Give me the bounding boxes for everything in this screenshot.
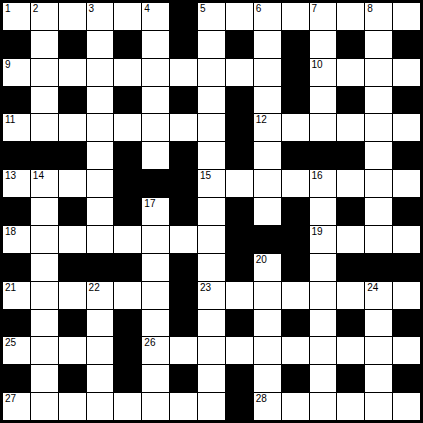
black-cell-r13c2: [59, 365, 86, 392]
cell-r8c12[interactable]: [337, 226, 364, 253]
cell-r2c0[interactable]: 9: [3, 59, 30, 86]
cell-r11c9[interactable]: [254, 310, 281, 337]
cell-r3c1[interactable]: [31, 87, 58, 114]
black-cell-r9c10: [282, 254, 309, 281]
cell-r4c5[interactable]: [142, 114, 169, 141]
black-cell-r13c4: [114, 365, 141, 392]
black-cell-r3c8: [226, 87, 253, 114]
clue-number-5: 5: [200, 3, 206, 15]
clue-number-28: 28: [256, 393, 267, 405]
cell-r12c1[interactable]: [31, 337, 58, 364]
black-cell-r11c4: [114, 310, 141, 337]
black-cell-r7c0: [3, 198, 30, 225]
cell-r1c9[interactable]: [254, 31, 281, 58]
cell-r4c13[interactable]: [365, 114, 392, 141]
cell-r2c4[interactable]: [114, 59, 141, 86]
black-cell-r9c13: [365, 254, 392, 281]
cell-r11c3[interactable]: [87, 310, 114, 337]
cell-r8c7[interactable]: [198, 226, 225, 253]
black-cell-r5c1: [31, 142, 58, 169]
cell-r14c5[interactable]: [142, 393, 169, 420]
black-cell-r6c4: [114, 170, 141, 197]
black-cell-r11c8: [226, 310, 253, 337]
clue-number-10: 10: [312, 59, 323, 71]
clue-number-4: 4: [144, 3, 150, 15]
clue-number-19: 19: [312, 226, 323, 238]
cell-r12c3[interactable]: [87, 337, 114, 364]
black-cell-r9c4: [114, 254, 141, 281]
cell-r12c6[interactable]: [170, 337, 197, 364]
cell-r10c7[interactable]: 23: [198, 282, 225, 309]
clue-number-8: 8: [367, 3, 373, 15]
black-cell-r5c8: [226, 142, 253, 169]
cell-r8c1[interactable]: [31, 226, 58, 253]
cell-r0c9[interactable]: 6: [254, 3, 281, 30]
cell-r6c10[interactable]: [282, 170, 309, 197]
black-cell-r7c12: [337, 198, 364, 225]
cell-r14c10[interactable]: [282, 393, 309, 420]
cell-r10c5[interactable]: [142, 282, 169, 309]
cell-r7c11[interactable]: [310, 198, 337, 225]
cell-r10c11[interactable]: [310, 282, 337, 309]
cell-r12c7[interactable]: [198, 337, 225, 364]
black-cell-r1c6: [170, 31, 197, 58]
black-cell-r13c6: [170, 365, 197, 392]
cell-r12c10[interactable]: [282, 337, 309, 364]
cell-r13c1[interactable]: [31, 365, 58, 392]
clue-number-25: 25: [5, 337, 16, 349]
cell-r2c13[interactable]: [365, 59, 392, 86]
cell-r2c5[interactable]: [142, 59, 169, 86]
black-cell-r6c5: [142, 170, 169, 197]
cell-r14c3[interactable]: [87, 393, 114, 420]
cell-r10c2[interactable]: [59, 282, 86, 309]
cell-r10c4[interactable]: [114, 282, 141, 309]
black-cell-r11c10: [282, 310, 309, 337]
clue-number-26: 26: [144, 337, 155, 349]
black-cell-r5c10: [282, 142, 309, 169]
cell-r14c0[interactable]: 27: [3, 393, 30, 420]
black-cell-r9c2: [59, 254, 86, 281]
clue-number-13: 13: [5, 170, 16, 182]
black-cell-r9c0: [3, 254, 30, 281]
cell-r4c3[interactable]: [87, 114, 114, 141]
cell-r1c1[interactable]: [31, 31, 58, 58]
black-cell-r7c14: [393, 198, 420, 225]
cell-r4c7[interactable]: [198, 114, 225, 141]
black-cell-r3c10: [282, 87, 309, 114]
cell-r7c9[interactable]: [254, 198, 281, 225]
cell-r13c9[interactable]: [254, 365, 281, 392]
clue-number-2: 2: [33, 3, 39, 15]
cell-r0c0[interactable]: 1: [3, 3, 30, 30]
cell-r6c7[interactable]: 15: [198, 170, 225, 197]
cell-r2c7[interactable]: [198, 59, 225, 86]
black-cell-r0c6: [170, 3, 197, 30]
cell-r3c5[interactable]: [142, 87, 169, 114]
cell-r2c8[interactable]: [226, 59, 253, 86]
clue-number-1: 1: [5, 3, 11, 15]
cell-r0c2[interactable]: [59, 3, 86, 30]
cell-r4c0[interactable]: 11: [3, 114, 30, 141]
cell-r7c7[interactable]: [198, 198, 225, 225]
cell-r12c0[interactable]: 25: [3, 337, 30, 364]
cell-r5c13[interactable]: [365, 142, 392, 169]
cell-r9c5[interactable]: [142, 254, 169, 281]
cell-r4c1[interactable]: [31, 114, 58, 141]
black-cell-r7c2: [59, 198, 86, 225]
clue-number-9: 9: [5, 59, 11, 71]
cell-r13c11[interactable]: [310, 365, 337, 392]
cell-r8c4[interactable]: [114, 226, 141, 253]
cell-r10c12[interactable]: [337, 282, 364, 309]
cell-r4c10[interactable]: [282, 114, 309, 141]
black-cell-r13c8: [226, 365, 253, 392]
cell-r3c11[interactable]: [310, 87, 337, 114]
cell-r10c10[interactable]: [282, 282, 309, 309]
black-cell-r5c4: [114, 142, 141, 169]
cell-r12c11[interactable]: [310, 337, 337, 364]
cell-r8c13[interactable]: [365, 226, 392, 253]
black-cell-r13c14: [393, 365, 420, 392]
black-cell-r8c10: [282, 226, 309, 253]
black-cell-r10c6: [170, 282, 197, 309]
clue-number-11: 11: [5, 114, 15, 126]
black-cell-r5c0: [3, 142, 30, 169]
cell-r0c1[interactable]: 2: [31, 3, 58, 30]
cell-r4c4[interactable]: [114, 114, 141, 141]
cell-r10c3[interactable]: 22: [87, 282, 114, 309]
black-cell-r7c4: [114, 198, 141, 225]
black-cell-r12c4: [114, 337, 141, 364]
cell-r10c8[interactable]: [226, 282, 253, 309]
cell-r6c9[interactable]: [254, 170, 281, 197]
black-cell-r7c10: [282, 198, 309, 225]
cell-r10c13[interactable]: 24: [365, 282, 392, 309]
cell-r9c11[interactable]: [310, 254, 337, 281]
cell-r4c14[interactable]: [393, 114, 420, 141]
cell-r14c4[interactable]: [114, 393, 141, 420]
cell-r0c4[interactable]: [114, 3, 141, 30]
cell-r14c9[interactable]: 28: [254, 393, 281, 420]
black-cell-r3c2: [59, 87, 86, 114]
cell-r7c13[interactable]: [365, 198, 392, 225]
cell-r0c12[interactable]: [337, 3, 364, 30]
cell-r13c3[interactable]: [87, 365, 114, 392]
cell-r13c5[interactable]: [142, 365, 169, 392]
clue-number-16: 16: [312, 170, 323, 182]
clue-number-18: 18: [5, 226, 16, 238]
cell-r12c14[interactable]: [393, 337, 420, 364]
cell-r11c11[interactable]: [310, 310, 337, 337]
cell-r0c11[interactable]: 7: [310, 3, 337, 30]
cell-r14c12[interactable]: [337, 393, 364, 420]
cell-r2c6[interactable]: [170, 59, 197, 86]
black-cell-r9c14: [393, 254, 420, 281]
cell-r11c13[interactable]: [365, 310, 392, 337]
cell-r10c14[interactable]: [393, 282, 420, 309]
cell-r4c11[interactable]: [310, 114, 337, 141]
clue-number-12: 12: [256, 114, 267, 126]
cell-r2c9[interactable]: [254, 59, 281, 86]
black-cell-r9c12: [337, 254, 364, 281]
cell-r12c8[interactable]: [226, 337, 253, 364]
cell-r12c5[interactable]: 26: [142, 337, 169, 364]
cell-r5c3[interactable]: [87, 142, 114, 169]
black-cell-r11c2: [59, 310, 86, 337]
cell-r7c1[interactable]: [31, 198, 58, 225]
cell-r2c3[interactable]: [87, 59, 114, 86]
cell-r8c0[interactable]: 18: [3, 226, 30, 253]
clue-number-21: 21: [5, 282, 16, 294]
clue-number-6: 6: [256, 3, 262, 15]
cell-r11c7[interactable]: [198, 310, 225, 337]
black-cell-r3c14: [393, 87, 420, 114]
clue-number-3: 3: [89, 3, 95, 15]
black-cell-r9c6: [170, 254, 197, 281]
cell-r14c1[interactable]: [31, 393, 58, 420]
cell-r6c8[interactable]: [226, 170, 253, 197]
black-cell-r14c8: [226, 393, 253, 420]
cell-r2c2[interactable]: [59, 59, 86, 86]
cell-r3c3[interactable]: [87, 87, 114, 114]
clue-number-23: 23: [200, 282, 211, 294]
cell-r14c6[interactable]: [170, 393, 197, 420]
cell-r1c3[interactable]: [87, 31, 114, 58]
black-cell-r1c12: [337, 31, 364, 58]
cell-r12c9[interactable]: [254, 337, 281, 364]
cell-r12c12[interactable]: [337, 337, 364, 364]
clue-number-27: 27: [5, 393, 16, 405]
black-cell-r1c14: [393, 31, 420, 58]
black-cell-r13c10: [282, 365, 309, 392]
black-cell-r5c11: [310, 142, 337, 169]
black-cell-r1c0: [3, 31, 30, 58]
cell-r6c13[interactable]: [365, 170, 392, 197]
cell-r14c11[interactable]: [310, 393, 337, 420]
black-cell-r13c0: [3, 365, 30, 392]
black-cell-r1c8: [226, 31, 253, 58]
cell-r1c5[interactable]: [142, 31, 169, 58]
cell-r12c13[interactable]: [365, 337, 392, 364]
cell-r14c13[interactable]: [365, 393, 392, 420]
cell-r6c12[interactable]: [337, 170, 364, 197]
black-cell-r3c0: [3, 87, 30, 114]
cell-r1c7[interactable]: [198, 31, 225, 58]
cell-r4c12[interactable]: [337, 114, 364, 141]
cell-r10c1[interactable]: [31, 282, 58, 309]
cell-r4c6[interactable]: [170, 114, 197, 141]
cell-r7c3[interactable]: [87, 198, 114, 225]
black-cell-r11c12: [337, 310, 364, 337]
cell-r11c1[interactable]: [31, 310, 58, 337]
black-cell-r8c8: [226, 226, 253, 253]
cell-r6c1[interactable]: 14: [31, 170, 58, 197]
cell-r6c3[interactable]: [87, 170, 114, 197]
cell-r1c11[interactable]: [310, 31, 337, 58]
black-cell-r9c3: [87, 254, 114, 281]
cell-r2c14[interactable]: [393, 59, 420, 86]
cell-r5c9[interactable]: [254, 142, 281, 169]
cell-r8c2[interactable]: [59, 226, 86, 253]
cell-r0c14[interactable]: [393, 3, 420, 30]
cell-r8c6[interactable]: [170, 226, 197, 253]
black-cell-r11c0: [3, 310, 30, 337]
cell-r0c8[interactable]: [226, 3, 253, 30]
cell-r8c5[interactable]: [142, 226, 169, 253]
clue-number-15: 15: [200, 170, 211, 182]
black-cell-r11c6: [170, 310, 197, 337]
cell-r13c7[interactable]: [198, 365, 225, 392]
cell-r3c7[interactable]: [198, 87, 225, 114]
cell-r0c10[interactable]: [282, 3, 309, 30]
black-cell-r1c2: [59, 31, 86, 58]
clue-number-14: 14: [33, 170, 44, 182]
cell-r11c5[interactable]: [142, 310, 169, 337]
cell-r7c5[interactable]: 17: [142, 198, 169, 225]
cell-r10c9[interactable]: [254, 282, 281, 309]
black-cell-r5c2: [59, 142, 86, 169]
black-cell-r6c6: [170, 170, 197, 197]
clue-number-22: 22: [89, 282, 100, 294]
cell-r0c13[interactable]: 8: [365, 3, 392, 30]
cell-r4c9[interactable]: 12: [254, 114, 281, 141]
cell-r14c7[interactable]: [198, 393, 225, 420]
cell-r10c0[interactable]: 21: [3, 282, 30, 309]
cell-r0c7[interactable]: 5: [198, 3, 225, 30]
cell-r8c14[interactable]: [393, 226, 420, 253]
black-cell-r13c12: [337, 365, 364, 392]
clue-number-20: 20: [256, 254, 267, 266]
black-cell-r1c4: [114, 31, 141, 58]
cell-r5c7[interactable]: [198, 142, 225, 169]
black-cell-r3c12: [337, 87, 364, 114]
black-cell-r3c4: [114, 87, 141, 114]
black-cell-r5c14: [393, 142, 420, 169]
cell-r14c2[interactable]: [59, 393, 86, 420]
black-cell-r11c14: [393, 310, 420, 337]
cell-r1c13[interactable]: [365, 31, 392, 58]
cell-r14c14[interactable]: [393, 393, 420, 420]
clue-number-24: 24: [367, 282, 378, 294]
cell-r13c13[interactable]: [365, 365, 392, 392]
cell-r9c9[interactable]: 20: [254, 254, 281, 281]
cell-r5c5[interactable]: [142, 142, 169, 169]
cell-r2c12[interactable]: [337, 59, 364, 86]
cell-r6c0[interactable]: 13: [3, 170, 30, 197]
cell-r3c9[interactable]: [254, 87, 281, 114]
cell-r9c7[interactable]: [198, 254, 225, 281]
cell-r4c2[interactable]: [59, 114, 86, 141]
black-cell-r2c10: [282, 59, 309, 86]
black-cell-r5c12: [337, 142, 364, 169]
cell-r0c5[interactable]: 4: [142, 3, 169, 30]
cell-r2c1[interactable]: [31, 59, 58, 86]
cell-r12c2[interactable]: [59, 337, 86, 364]
clue-number-7: 7: [312, 3, 318, 15]
crossword-grid: 1234567891011121314151617181920212223242…: [0, 0, 423, 423]
cell-r2c11[interactable]: 10: [310, 59, 337, 86]
black-cell-r9c8: [226, 254, 253, 281]
black-cell-r7c6: [170, 198, 197, 225]
cell-r9c1[interactable]: [31, 254, 58, 281]
cell-r6c2[interactable]: [59, 170, 86, 197]
cell-r8c3[interactable]: [87, 226, 114, 253]
black-cell-r1c10: [282, 31, 309, 58]
black-cell-r3c6: [170, 87, 197, 114]
cell-r0c3[interactable]: 3: [87, 3, 114, 30]
black-cell-r4c8: [226, 114, 253, 141]
cell-r8c11[interactable]: 19: [310, 226, 337, 253]
black-cell-r8c9: [254, 226, 281, 253]
black-cell-r5c6: [170, 142, 197, 169]
cell-r6c11[interactable]: 16: [310, 170, 337, 197]
cell-r6c14[interactable]: [393, 170, 420, 197]
black-cell-r7c8: [226, 198, 253, 225]
cell-r3c13[interactable]: [365, 87, 392, 114]
clue-number-17: 17: [144, 198, 155, 210]
